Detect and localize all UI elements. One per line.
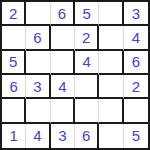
- cell-r2c5[interactable]: [99, 26, 123, 50]
- cell-r6c5[interactable]: [99, 124, 123, 148]
- cell-r1c6[interactable]: 3: [124, 2, 148, 26]
- cell-r3c6[interactable]: 6: [124, 51, 148, 75]
- sudoku-board: 2653624546634214365: [0, 0, 150, 150]
- cell-r2c4[interactable]: 2: [75, 26, 99, 50]
- cell-r6c2[interactable]: 4: [26, 124, 50, 148]
- cell-r2c2[interactable]: 6: [26, 26, 50, 50]
- cell-r4c5[interactable]: [99, 75, 123, 99]
- cell-r3c2[interactable]: [26, 51, 50, 75]
- cell-r1c5[interactable]: [99, 2, 123, 26]
- cell-r2c1[interactable]: [2, 26, 26, 50]
- cell-r1c1[interactable]: 2: [2, 2, 26, 26]
- cell-r2c6[interactable]: 4: [124, 26, 148, 50]
- cell-r3c4[interactable]: 4: [75, 51, 99, 75]
- cell-r5c1[interactable]: [2, 99, 26, 123]
- cell-r1c2[interactable]: [26, 2, 50, 26]
- cell-r1c4[interactable]: 5: [75, 2, 99, 26]
- cell-r4c2[interactable]: 3: [26, 75, 50, 99]
- cell-r5c3[interactable]: [51, 99, 75, 123]
- cell-r5c4[interactable]: [75, 99, 99, 123]
- cell-r1c3[interactable]: 6: [51, 2, 75, 26]
- cell-r6c3[interactable]: 3: [51, 124, 75, 148]
- cell-r5c6[interactable]: [124, 99, 148, 123]
- cell-r3c5[interactable]: [99, 51, 123, 75]
- cell-r4c1[interactable]: 6: [2, 75, 26, 99]
- cell-r2c3[interactable]: [51, 26, 75, 50]
- cell-r4c4[interactable]: [75, 75, 99, 99]
- cell-r5c5[interactable]: [99, 99, 123, 123]
- cell-r5c2[interactable]: [26, 99, 50, 123]
- cell-r6c1[interactable]: 1: [2, 124, 26, 148]
- cell-r3c3[interactable]: [51, 51, 75, 75]
- cell-r4c3[interactable]: 4: [51, 75, 75, 99]
- cell-r3c1[interactable]: 5: [2, 51, 26, 75]
- cell-r6c6[interactable]: 5: [124, 124, 148, 148]
- cell-r6c4[interactable]: 6: [75, 124, 99, 148]
- cell-r4c6[interactable]: 2: [124, 75, 148, 99]
